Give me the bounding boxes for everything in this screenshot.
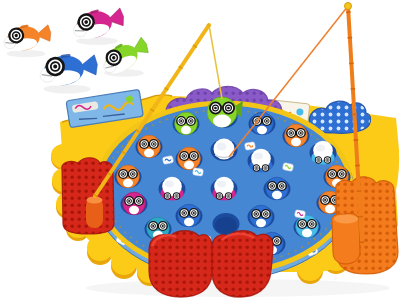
tray-orange-bowl-rim [334, 215, 358, 224]
loose-fish-cluster [2, 4, 153, 94]
decal-sticker [294, 210, 305, 219]
tray-orange-right [332, 177, 398, 274]
fishing-game-product-photo [0, 0, 400, 307]
loose-fish-blue [38, 50, 100, 88]
scene-canvas [0, 0, 400, 307]
loose-fish-orange [2, 21, 53, 54]
decal-sticker [193, 168, 204, 176]
yellow-rod-line [209, 25, 222, 99]
decal-sticker [244, 142, 255, 151]
fish-shadow [43, 85, 90, 94]
orange-rod-tip-ball [345, 3, 352, 10]
tray-red-left [62, 158, 114, 234]
loose-fish-magenta [70, 4, 127, 43]
fish-shadow [7, 50, 46, 57]
